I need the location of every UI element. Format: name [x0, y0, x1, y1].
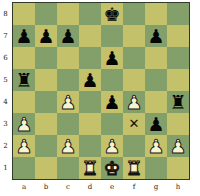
file-label-b: b — [35, 181, 57, 195]
piece-white-pawn[interactable]: ♟ — [59, 91, 76, 113]
square-c4[interactable]: ♟ — [57, 91, 79, 113]
file-label-c: c — [57, 181, 79, 195]
file-label-g: g — [145, 181, 167, 195]
square-e2[interactable]: ♟ — [101, 135, 123, 157]
piece-white-pawn[interactable]: ♟ — [103, 135, 120, 157]
rank-label-8: 8 — [0, 3, 11, 25]
square-b1[interactable] — [35, 157, 57, 179]
square-h1[interactable] — [167, 157, 189, 179]
file-label-f: f — [123, 181, 145, 195]
piece-black-pawn[interactable]: ♟ — [37, 25, 54, 47]
annotation-x-mark: ✕ — [129, 113, 140, 135]
piece-white-pawn[interactable]: ♟ — [125, 91, 142, 113]
square-h2[interactable]: ♟ — [167, 135, 189, 157]
rank-label-5: 5 — [0, 69, 11, 91]
square-g7[interactable]: ♟ — [145, 25, 167, 47]
square-d5[interactable]: ♟ — [79, 69, 101, 91]
piece-white-pawn[interactable]: ♟ — [147, 135, 164, 157]
square-b3[interactable] — [35, 113, 57, 135]
square-c7[interactable]: ♟ — [57, 25, 79, 47]
file-label-d: d — [79, 181, 101, 195]
square-a3[interactable]: ♟ — [13, 113, 35, 135]
square-h6[interactable] — [167, 47, 189, 69]
square-g2[interactable]: ♟ — [145, 135, 167, 157]
piece-black-pawn[interactable]: ♟ — [59, 25, 76, 47]
square-e6[interactable]: ♟ — [101, 47, 123, 69]
square-d4[interactable] — [79, 91, 101, 113]
square-a4[interactable] — [13, 91, 35, 113]
piece-black-pawn[interactable]: ♟ — [147, 25, 164, 47]
square-c5[interactable] — [57, 69, 79, 91]
square-b4[interactable] — [35, 91, 57, 113]
square-d6[interactable] — [79, 47, 101, 69]
square-a1[interactable] — [13, 157, 35, 179]
piece-white-pawn[interactable]: ♟ — [59, 135, 76, 157]
square-a5[interactable]: ♜ — [13, 69, 35, 91]
square-h4[interactable]: ♜ — [167, 91, 189, 113]
square-f4[interactable]: ♟ — [123, 91, 145, 113]
rank-labels: 87654321 — [0, 3, 11, 179]
square-a2[interactable]: ♟ — [13, 135, 35, 157]
piece-black-rook[interactable]: ♜ — [15, 69, 32, 91]
piece-black-pawn[interactable]: ♟ — [103, 47, 120, 69]
file-labels: abcdefgh — [13, 181, 189, 195]
rank-label-1: 1 — [0, 157, 11, 179]
square-g3[interactable]: ♟ — [145, 113, 167, 135]
square-a8[interactable] — [13, 3, 35, 25]
square-d2[interactable] — [79, 135, 101, 157]
square-d1[interactable]: ♜ — [79, 157, 101, 179]
square-e1[interactable]: ♚ — [101, 157, 123, 179]
piece-white-rook[interactable]: ♜ — [125, 157, 142, 179]
square-e8[interactable]: ♚ — [101, 3, 123, 25]
square-b6[interactable] — [35, 47, 57, 69]
chess-diagram: 87654321 ♚♟♟♟♟♟♜♟♟♟♟♜♟✕♟♟♟♟♟♟♜♚♜ abcdefg… — [0, 0, 200, 196]
square-c6[interactable] — [57, 47, 79, 69]
piece-white-pawn[interactable]: ♟ — [15, 113, 32, 135]
square-f5[interactable] — [123, 69, 145, 91]
square-c8[interactable] — [57, 3, 79, 25]
rank-label-3: 3 — [0, 113, 11, 135]
piece-white-rook[interactable]: ♜ — [81, 157, 98, 179]
square-e4[interactable]: ♟ — [101, 91, 123, 113]
rank-label-2: 2 — [0, 135, 11, 157]
rank-label-6: 6 — [0, 47, 11, 69]
square-a7[interactable]: ♟ — [13, 25, 35, 47]
square-c3[interactable] — [57, 113, 79, 135]
file-label-a: a — [13, 181, 35, 195]
square-h5[interactable] — [167, 69, 189, 91]
square-e7[interactable] — [101, 25, 123, 47]
square-d3[interactable] — [79, 113, 101, 135]
square-e3[interactable] — [101, 113, 123, 135]
piece-white-pawn[interactable]: ♟ — [169, 135, 186, 157]
square-c1[interactable] — [57, 157, 79, 179]
square-g6[interactable] — [145, 47, 167, 69]
square-h8[interactable] — [167, 3, 189, 25]
piece-black-king[interactable]: ♚ — [103, 3, 120, 25]
rank-label-4: 4 — [0, 91, 11, 113]
piece-white-pawn[interactable]: ♟ — [15, 135, 32, 157]
square-f1[interactable]: ♜ — [123, 157, 145, 179]
file-label-e: e — [101, 181, 123, 195]
square-d7[interactable] — [79, 25, 101, 47]
piece-black-pawn[interactable]: ♟ — [81, 69, 98, 91]
square-c2[interactable]: ♟ — [57, 135, 79, 157]
chess-board: ♚♟♟♟♟♟♜♟♟♟♟♜♟✕♟♟♟♟♟♟♜♚♜ — [12, 2, 190, 180]
square-d8[interactable] — [79, 3, 101, 25]
square-b2[interactable] — [35, 135, 57, 157]
rank-label-7: 7 — [0, 25, 11, 47]
file-label-h: h — [167, 181, 189, 195]
square-h7[interactable] — [167, 25, 189, 47]
piece-black-rook[interactable]: ♜ — [169, 91, 186, 113]
square-f8[interactable] — [123, 3, 145, 25]
square-f2[interactable] — [123, 135, 145, 157]
piece-white-king[interactable]: ♚ — [103, 157, 120, 179]
square-f3[interactable]: ✕ — [123, 113, 145, 135]
square-g5[interactable] — [145, 69, 167, 91]
square-b7[interactable]: ♟ — [35, 25, 57, 47]
square-b8[interactable] — [35, 3, 57, 25]
piece-black-pawn[interactable]: ♟ — [147, 113, 164, 135]
square-g1[interactable] — [145, 157, 167, 179]
square-a6[interactable] — [13, 47, 35, 69]
square-g4[interactable] — [145, 91, 167, 113]
square-f6[interactable] — [123, 47, 145, 69]
square-g8[interactable] — [145, 3, 167, 25]
square-e5[interactable] — [101, 69, 123, 91]
square-b5[interactable] — [35, 69, 57, 91]
piece-black-pawn[interactable]: ♟ — [15, 25, 32, 47]
square-h3[interactable] — [167, 113, 189, 135]
piece-black-pawn[interactable]: ♟ — [103, 91, 120, 113]
square-f7[interactable] — [123, 25, 145, 47]
